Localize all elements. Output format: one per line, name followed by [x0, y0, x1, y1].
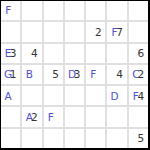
- cell-r2c1[interactable]: [1, 22, 20, 41]
- cell-digit: 7: [117, 27, 122, 38]
- cell-letter: F: [91, 69, 96, 80]
- cell-r6c2: A2: [22, 107, 41, 126]
- cell-clue: F4: [133, 91, 143, 102]
- cell-clue: F: [91, 69, 101, 80]
- cell-digit: 4: [117, 69, 122, 80]
- cell-digit: 3: [11, 48, 16, 59]
- cell-r7c7: 5: [129, 129, 148, 148]
- cell-r3c7: 6: [129, 44, 148, 63]
- cell-r5c6: D: [107, 86, 126, 105]
- cell-digit: 1: [11, 69, 16, 80]
- cell-r6c3: F: [44, 107, 63, 126]
- cell-letter: A: [6, 91, 11, 102]
- cell-digit: 2: [32, 112, 37, 123]
- cell-letter: B: [27, 69, 32, 80]
- cell-clue: G1: [6, 69, 16, 80]
- cell-r5c5[interactable]: [86, 86, 105, 105]
- cell-digit: 4: [138, 91, 143, 102]
- cell-letter: D: [112, 91, 117, 102]
- cell-r4c6: 4: [107, 65, 126, 84]
- cell-r4c1: G1: [1, 65, 20, 84]
- cell-r6c5[interactable]: [86, 107, 105, 126]
- cell-r6c6[interactable]: [107, 107, 126, 126]
- cell-r1c7[interactable]: [129, 1, 148, 20]
- cell-r2c6: F7: [107, 22, 126, 41]
- cell-r6c1[interactable]: [1, 107, 20, 126]
- eulero-board: F2F7E346G1B5D3F4C2ADF4A2F5: [0, 0, 150, 150]
- cell-r5c4[interactable]: [65, 86, 84, 105]
- cell-r5c2[interactable]: [22, 86, 41, 105]
- cell-clue: A2: [27, 112, 37, 123]
- cell-r7c5[interactable]: [86, 129, 105, 148]
- cell-letter: F: [6, 5, 11, 16]
- cell-r3c2: 4: [22, 44, 41, 63]
- cell-r1c6[interactable]: [107, 1, 126, 20]
- cell-digit: 5: [138, 133, 143, 144]
- cell-r1c4[interactable]: [65, 1, 84, 20]
- cell-clue: F: [6, 5, 16, 16]
- cell-clue: 5: [48, 69, 58, 80]
- cell-clue: 2: [91, 27, 101, 38]
- cell-digit: 5: [53, 69, 58, 80]
- cell-digit: 3: [74, 69, 79, 80]
- cell-r4c3: 5: [44, 65, 63, 84]
- cell-r5c3[interactable]: [44, 86, 63, 105]
- cell-r6c4[interactable]: [65, 107, 84, 126]
- cell-r3c3[interactable]: [44, 44, 63, 63]
- cell-digit: 2: [138, 69, 143, 80]
- cell-r2c5: 2: [86, 22, 105, 41]
- cell-clue: 4: [112, 69, 122, 80]
- cell-clue: 4: [27, 48, 37, 59]
- cell-r7c1[interactable]: [1, 129, 20, 148]
- cell-r4c7: C2: [129, 65, 148, 84]
- cell-r3c1: E3: [1, 44, 20, 63]
- cell-clue: D3: [69, 69, 79, 80]
- cell-clue: E3: [6, 48, 16, 59]
- cell-r2c7[interactable]: [129, 22, 148, 41]
- cell-clue: C2: [133, 69, 143, 80]
- cell-clue: B: [27, 69, 37, 80]
- cell-r3c4[interactable]: [65, 44, 84, 63]
- cell-clue: F: [48, 112, 58, 123]
- cell-clue: D: [112, 91, 122, 102]
- cell-r3c6[interactable]: [107, 44, 126, 63]
- cell-r6c7[interactable]: [129, 107, 148, 126]
- cell-clue: 6: [133, 48, 143, 59]
- cell-r4c4: D3: [65, 65, 84, 84]
- cell-digit: 6: [138, 48, 143, 59]
- cell-r2c3[interactable]: [44, 22, 63, 41]
- cell-r4c2: B: [22, 65, 41, 84]
- cell-clue: F7: [112, 27, 122, 38]
- cell-r3c5[interactable]: [86, 44, 105, 63]
- cell-r7c6[interactable]: [107, 129, 126, 148]
- cell-clue: 5: [133, 133, 143, 144]
- cell-r1c2[interactable]: [22, 1, 41, 20]
- cell-r2c2[interactable]: [22, 22, 41, 41]
- cell-digit: 2: [96, 27, 101, 38]
- cell-r1c1: F: [1, 1, 20, 20]
- cell-r7c2[interactable]: [22, 129, 41, 148]
- cell-r7c3[interactable]: [44, 129, 63, 148]
- cell-r5c7: F4: [129, 86, 148, 105]
- cell-r7c4[interactable]: [65, 129, 84, 148]
- cell-r2c4[interactable]: [65, 22, 84, 41]
- cell-r1c5[interactable]: [86, 1, 105, 20]
- cell-clue: A: [6, 91, 16, 102]
- cell-digit: 4: [32, 48, 37, 59]
- cell-letter: F: [48, 112, 53, 123]
- cell-r1c3[interactable]: [44, 1, 63, 20]
- cell-r5c1: A: [1, 86, 20, 105]
- cell-r4c5: F: [86, 65, 105, 84]
